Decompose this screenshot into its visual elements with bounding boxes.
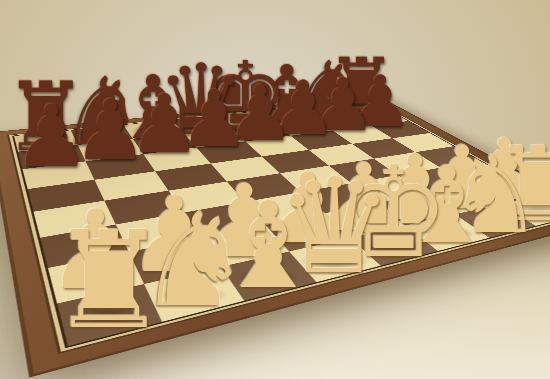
chess-set-photo: ♜♞♟♝♟♚♟♛♟♝♟♞♟♜♟♟♟♟♜♟♞♟♝♟♚♟♛♟♝♟♞♜: [0, 0, 550, 379]
chess-board: [0, 95, 550, 378]
board-squares: [14, 100, 550, 346]
